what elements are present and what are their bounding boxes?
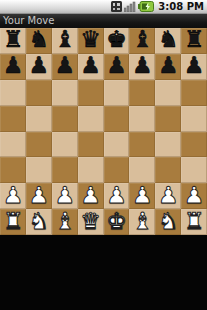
square-d4[interactable] — [78, 132, 104, 158]
square-a1[interactable]: ♜ — [0, 209, 26, 235]
piece-white-bishop: ♝ — [54, 210, 75, 233]
square-b5[interactable] — [26, 106, 52, 132]
square-e4[interactable] — [104, 132, 130, 158]
square-c4[interactable] — [52, 132, 78, 158]
square-a3[interactable] — [0, 157, 26, 183]
square-a7[interactable]: ♟ — [0, 54, 26, 80]
square-c6[interactable] — [52, 80, 78, 106]
piece-white-pawn: ♟ — [184, 184, 205, 207]
square-b8[interactable]: ♞ — [26, 28, 52, 54]
square-e7[interactable]: ♟ — [104, 54, 130, 80]
square-a4[interactable] — [0, 132, 26, 158]
status-bar: 3:08 PM — [0, 0, 207, 14]
piece-black-bishop: ♝ — [54, 28, 75, 51]
square-c3[interactable] — [52, 157, 78, 183]
square-e3[interactable] — [104, 157, 130, 183]
square-h3[interactable] — [181, 157, 207, 183]
square-c7[interactable]: ♟ — [52, 54, 78, 80]
square-d3[interactable] — [78, 157, 104, 183]
square-b2[interactable]: ♟ — [26, 183, 52, 209]
piece-black-queen: ♛ — [80, 28, 101, 51]
piece-black-pawn: ♟ — [106, 54, 127, 77]
piece-black-pawn: ♟ — [80, 54, 101, 77]
piece-black-knight: ♞ — [29, 28, 50, 51]
square-b4[interactable] — [26, 132, 52, 158]
square-d2[interactable]: ♟ — [78, 183, 104, 209]
piece-black-knight: ♞ — [158, 28, 179, 51]
square-d5[interactable] — [78, 106, 104, 132]
piece-white-pawn: ♟ — [80, 184, 101, 207]
square-b7[interactable]: ♟ — [26, 54, 52, 80]
square-h4[interactable] — [181, 132, 207, 158]
square-f2[interactable]: ♟ — [129, 183, 155, 209]
square-d7[interactable]: ♟ — [78, 54, 104, 80]
square-d6[interactable] — [78, 80, 104, 106]
data-connection-icon — [111, 1, 122, 12]
square-f8[interactable]: ♝ — [129, 28, 155, 54]
square-h6[interactable] — [181, 80, 207, 106]
square-a6[interactable] — [0, 80, 26, 106]
square-g3[interactable] — [155, 157, 181, 183]
square-g5[interactable] — [155, 106, 181, 132]
square-e1[interactable]: ♚ — [104, 209, 130, 235]
square-b1[interactable]: ♞ — [26, 209, 52, 235]
piece-black-pawn: ♟ — [29, 54, 50, 77]
piece-white-pawn: ♟ — [158, 184, 179, 207]
square-g6[interactable] — [155, 80, 181, 106]
square-h2[interactable]: ♟ — [181, 183, 207, 209]
piece-white-bishop: ♝ — [132, 210, 153, 233]
square-h7[interactable]: ♟ — [181, 54, 207, 80]
square-g8[interactable]: ♞ — [155, 28, 181, 54]
square-d8[interactable]: ♛ — [78, 28, 104, 54]
square-c1[interactable]: ♝ — [52, 209, 78, 235]
square-d1[interactable]: ♛ — [78, 209, 104, 235]
chess-board: ♜♞♝♛♚♝♞♜♟♟♟♟♟♟♟♟♟♟♟♟♟♟♟♟♜♞♝♛♚♝♞♜ — [0, 28, 207, 235]
piece-black-rook: ♜ — [184, 28, 205, 51]
piece-white-queen: ♛ — [80, 210, 101, 233]
piece-white-knight: ♞ — [29, 210, 50, 233]
square-g4[interactable] — [155, 132, 181, 158]
piece-white-pawn: ♟ — [29, 184, 50, 207]
square-e6[interactable] — [104, 80, 130, 106]
piece-white-king: ♚ — [106, 210, 127, 233]
square-c5[interactable] — [52, 106, 78, 132]
square-f6[interactable] — [129, 80, 155, 106]
square-h8[interactable]: ♜ — [181, 28, 207, 54]
square-c8[interactable]: ♝ — [52, 28, 78, 54]
square-c2[interactable]: ♟ — [52, 183, 78, 209]
square-g2[interactable]: ♟ — [155, 183, 181, 209]
piece-black-pawn: ♟ — [184, 54, 205, 77]
piece-black-pawn: ♟ — [54, 54, 75, 77]
piece-white-pawn: ♟ — [54, 184, 75, 207]
square-h5[interactable] — [181, 106, 207, 132]
square-h1[interactable]: ♜ — [181, 209, 207, 235]
piece-black-pawn: ♟ — [3, 54, 24, 77]
piece-black-king: ♚ — [106, 28, 127, 51]
piece-white-pawn: ♟ — [3, 184, 24, 207]
square-f4[interactable] — [129, 132, 155, 158]
piece-white-pawn: ♟ — [106, 184, 127, 207]
status-clock: 3:08 PM — [158, 0, 204, 14]
square-e8[interactable]: ♚ — [104, 28, 130, 54]
square-f5[interactable] — [129, 106, 155, 132]
square-e2[interactable]: ♟ — [104, 183, 130, 209]
battery-charging-icon — [138, 1, 154, 12]
square-g7[interactable]: ♟ — [155, 54, 181, 80]
square-f3[interactable] — [129, 157, 155, 183]
square-b6[interactable] — [26, 80, 52, 106]
square-g1[interactable]: ♞ — [155, 209, 181, 235]
square-a2[interactable]: ♟ — [0, 183, 26, 209]
piece-black-pawn: ♟ — [158, 54, 179, 77]
square-b3[interactable] — [26, 157, 52, 183]
piece-black-rook: ♜ — [3, 28, 24, 51]
square-f1[interactable]: ♝ — [129, 209, 155, 235]
piece-white-rook: ♜ — [3, 210, 24, 233]
square-a5[interactable] — [0, 106, 26, 132]
signal-strength-icon — [124, 1, 136, 12]
app-screen: 3:08 PM Your Move ♜♞♝♛♚♝♞♜♟♟♟♟♟♟♟♟♟♟♟♟♟♟… — [0, 0, 207, 310]
square-a8[interactable]: ♜ — [0, 28, 26, 54]
piece-black-pawn: ♟ — [132, 54, 153, 77]
square-f7[interactable]: ♟ — [129, 54, 155, 80]
piece-white-knight: ♞ — [158, 210, 179, 233]
piece-white-pawn: ♟ — [132, 184, 153, 207]
piece-black-bishop: ♝ — [132, 28, 153, 51]
piece-white-rook: ♜ — [184, 210, 205, 233]
square-e5[interactable] — [104, 106, 130, 132]
bottom-panel — [0, 235, 207, 310]
